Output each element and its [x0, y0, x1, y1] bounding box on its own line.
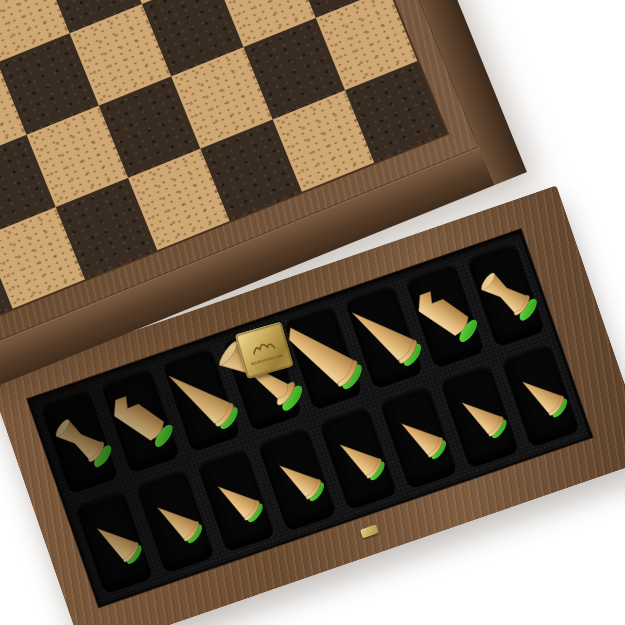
brass-latch	[360, 524, 379, 538]
tray-slot	[501, 343, 580, 448]
tray-slot	[257, 426, 336, 531]
product-photo-chess-box: MANOPOULOS	[0, 0, 625, 625]
